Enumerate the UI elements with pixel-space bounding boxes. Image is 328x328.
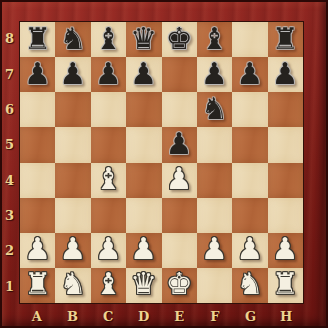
- square-a4[interactable]: [20, 163, 55, 198]
- rank-label-3: 3: [0, 198, 19, 233]
- black-pawn[interactable]: ♟: [272, 59, 299, 91]
- square-b1[interactable]: ♞: [55, 268, 90, 303]
- square-g1[interactable]: ♞: [232, 268, 267, 303]
- square-e8[interactable]: ♚: [162, 22, 197, 57]
- square-b8[interactable]: ♞: [55, 22, 90, 57]
- square-e1[interactable]: ♚: [162, 268, 197, 303]
- square-b3[interactable]: [55, 198, 90, 233]
- square-b7[interactable]: ♟: [55, 57, 90, 92]
- square-d2[interactable]: ♟: [126, 233, 161, 268]
- square-d1[interactable]: ♛: [126, 268, 161, 303]
- black-knight[interactable]: ♞: [60, 24, 87, 56]
- square-e6[interactable]: [162, 92, 197, 127]
- square-g7[interactable]: ♟: [232, 57, 267, 92]
- square-e2[interactable]: [162, 233, 197, 268]
- square-h4[interactable]: [268, 163, 303, 198]
- white-bishop[interactable]: ♝: [95, 269, 122, 301]
- file-label-h: H: [268, 304, 304, 328]
- black-pawn[interactable]: ♟: [166, 129, 193, 161]
- white-bishop[interactable]: ♝: [95, 164, 122, 196]
- square-h3[interactable]: [268, 198, 303, 233]
- square-g5[interactable]: [232, 127, 267, 162]
- square-f1[interactable]: [197, 268, 232, 303]
- square-d3[interactable]: [126, 198, 161, 233]
- square-g6[interactable]: [232, 92, 267, 127]
- white-knight[interactable]: ♞: [236, 269, 263, 301]
- square-h6[interactable]: [268, 92, 303, 127]
- file-label-a: A: [19, 304, 55, 328]
- square-e7[interactable]: [162, 57, 197, 92]
- white-pawn[interactable]: ♟: [236, 234, 263, 266]
- white-rook[interactable]: ♜: [272, 269, 299, 301]
- black-pawn[interactable]: ♟: [24, 59, 51, 91]
- square-b5[interactable]: [55, 127, 90, 162]
- file-label-f: F: [197, 304, 233, 328]
- black-queen[interactable]: ♛: [130, 24, 157, 56]
- rank-label-7: 7: [0, 56, 19, 91]
- square-c7[interactable]: ♟: [91, 57, 126, 92]
- square-c8[interactable]: ♝: [91, 22, 126, 57]
- square-h8[interactable]: ♜: [268, 22, 303, 57]
- square-c3[interactable]: [91, 198, 126, 233]
- black-bishop[interactable]: ♝: [95, 24, 122, 56]
- white-pawn[interactable]: ♟: [166, 164, 193, 196]
- square-d8[interactable]: ♛: [126, 22, 161, 57]
- black-king[interactable]: ♚: [166, 24, 193, 56]
- square-c4[interactable]: ♝: [91, 163, 126, 198]
- square-h7[interactable]: ♟: [268, 57, 303, 92]
- square-c2[interactable]: ♟: [91, 233, 126, 268]
- black-rook[interactable]: ♜: [24, 24, 51, 56]
- square-g3[interactable]: [232, 198, 267, 233]
- square-d4[interactable]: [126, 163, 161, 198]
- black-bishop[interactable]: ♝: [201, 24, 228, 56]
- square-c6[interactable]: [91, 92, 126, 127]
- white-pawn[interactable]: ♟: [201, 234, 228, 266]
- black-pawn[interactable]: ♟: [201, 59, 228, 91]
- white-pawn[interactable]: ♟: [272, 234, 299, 266]
- file-label-c: C: [90, 304, 126, 328]
- square-h1[interactable]: ♜: [268, 268, 303, 303]
- square-f6[interactable]: ♞: [197, 92, 232, 127]
- rank-labels: 87654321: [0, 21, 19, 304]
- file-labels: ABCDEFGH: [19, 304, 304, 328]
- file-label-b: B: [55, 304, 91, 328]
- rank-label-5: 5: [0, 127, 19, 162]
- black-pawn[interactable]: ♟: [60, 59, 87, 91]
- white-pawn[interactable]: ♟: [60, 234, 87, 266]
- square-c5[interactable]: [91, 127, 126, 162]
- square-b2[interactable]: ♟: [55, 233, 90, 268]
- square-c1[interactable]: ♝: [91, 268, 126, 303]
- rank-label-4: 4: [0, 163, 19, 198]
- square-h5[interactable]: [268, 127, 303, 162]
- square-a7[interactable]: ♟: [20, 57, 55, 92]
- square-g8[interactable]: [232, 22, 267, 57]
- black-pawn[interactable]: ♟: [130, 59, 157, 91]
- square-a2[interactable]: ♟: [20, 233, 55, 268]
- square-f3[interactable]: [197, 198, 232, 233]
- black-knight[interactable]: ♞: [201, 94, 228, 126]
- square-a6[interactable]: [20, 92, 55, 127]
- square-e3[interactable]: [162, 198, 197, 233]
- chess-board: ♜♞♝♛♚♝♜♟♟♟♟♟♟♟♞♟♝♟♟♟♟♟♟♟♟♜♞♝♛♚♞♜: [19, 21, 304, 304]
- square-f4[interactable]: [197, 163, 232, 198]
- black-pawn[interactable]: ♟: [236, 59, 263, 91]
- square-a3[interactable]: [20, 198, 55, 233]
- square-f7[interactable]: ♟: [197, 57, 232, 92]
- white-pawn[interactable]: ♟: [24, 234, 51, 266]
- square-e5[interactable]: ♟: [162, 127, 197, 162]
- white-pawn[interactable]: ♟: [95, 234, 122, 266]
- rank-label-1: 1: [0, 269, 19, 304]
- square-g2[interactable]: ♟: [232, 233, 267, 268]
- white-queen[interactable]: ♛: [130, 269, 157, 301]
- black-pawn[interactable]: ♟: [95, 59, 122, 91]
- square-h2[interactable]: ♟: [268, 233, 303, 268]
- square-f2[interactable]: ♟: [197, 233, 232, 268]
- square-d7[interactable]: ♟: [126, 57, 161, 92]
- chess-board-frame: 87654321 ♜♞♝♛♚♝♜♟♟♟♟♟♟♟♞♟♝♟♟♟♟♟♟♟♟♜♞♝♛♚♞…: [0, 0, 328, 328]
- square-b4[interactable]: [55, 163, 90, 198]
- rank-label-2: 2: [0, 233, 19, 268]
- square-a5[interactable]: [20, 127, 55, 162]
- black-rook[interactable]: ♜: [272, 24, 299, 56]
- file-label-d: D: [126, 304, 162, 328]
- white-rook[interactable]: ♜: [24, 269, 51, 301]
- square-d5[interactable]: [126, 127, 161, 162]
- square-a8[interactable]: ♜: [20, 22, 55, 57]
- file-label-g: G: [233, 304, 269, 328]
- square-e4[interactable]: ♟: [162, 163, 197, 198]
- white-knight[interactable]: ♞: [60, 269, 87, 301]
- square-a1[interactable]: ♜: [20, 268, 55, 303]
- square-f8[interactable]: ♝: [197, 22, 232, 57]
- white-king[interactable]: ♚: [166, 269, 193, 301]
- square-f5[interactable]: [197, 127, 232, 162]
- square-d6[interactable]: [126, 92, 161, 127]
- white-pawn[interactable]: ♟: [130, 234, 157, 266]
- rank-label-6: 6: [0, 92, 19, 127]
- square-b6[interactable]: [55, 92, 90, 127]
- rank-label-8: 8: [0, 21, 19, 56]
- square-g4[interactable]: [232, 163, 267, 198]
- file-label-e: E: [162, 304, 198, 328]
